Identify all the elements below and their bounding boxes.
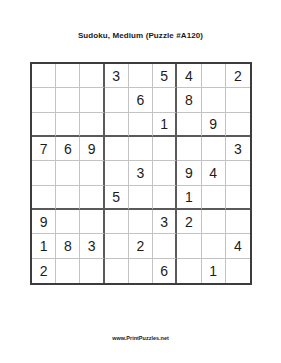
cell-r1c9: 2 <box>226 64 250 88</box>
puzzle-title: Sudoku, Medium (Puzzle #A120) <box>0 31 281 40</box>
cell-r4c5[interactable] <box>129 137 153 161</box>
cell-r5c3[interactable] <box>80 161 104 185</box>
cell-r8c8[interactable] <box>202 234 226 258</box>
cell-r5c8: 4 <box>202 161 226 185</box>
cell-r8c3: 3 <box>80 234 104 258</box>
cell-r4c9: 3 <box>226 137 250 161</box>
cell-r3c1[interactable] <box>32 113 56 137</box>
sudoku-grid: 3542681976933945193218324261 <box>30 62 252 285</box>
cell-r8c6[interactable] <box>153 234 177 258</box>
cell-r1c5[interactable] <box>129 64 153 88</box>
cell-r9c9[interactable] <box>226 259 250 283</box>
cell-r8c7[interactable] <box>177 234 201 258</box>
cell-r8c9: 4 <box>226 234 250 258</box>
cell-r3c5[interactable] <box>129 113 153 137</box>
cell-r1c8[interactable] <box>202 64 226 88</box>
cell-r6c7: 1 <box>177 186 201 210</box>
cell-r9c8: 1 <box>202 259 226 283</box>
cell-r2c5: 6 <box>129 88 153 112</box>
cell-r4c4[interactable] <box>105 137 129 161</box>
site-credit: www.PrintPuzzles.net <box>0 335 281 341</box>
cell-r7c5[interactable] <box>129 210 153 234</box>
cell-r3c2[interactable] <box>56 113 80 137</box>
cell-r5c6[interactable] <box>153 161 177 185</box>
cell-r4c8[interactable] <box>202 137 226 161</box>
cell-r9c5[interactable] <box>129 259 153 283</box>
cell-r9c6: 6 <box>153 259 177 283</box>
cell-r1c7: 4 <box>177 64 201 88</box>
cell-r5c9[interactable] <box>226 161 250 185</box>
cell-r5c7: 9 <box>177 161 201 185</box>
cell-r6c6[interactable] <box>153 186 177 210</box>
cell-r3c6: 1 <box>153 113 177 137</box>
cell-r5c2[interactable] <box>56 161 80 185</box>
cell-r2c9[interactable] <box>226 88 250 112</box>
cell-r9c3[interactable] <box>80 259 104 283</box>
cell-r7c3[interactable] <box>80 210 104 234</box>
cell-r1c6: 5 <box>153 64 177 88</box>
cell-r7c9[interactable] <box>226 210 250 234</box>
cell-r9c1: 2 <box>32 259 56 283</box>
cell-r2c8[interactable] <box>202 88 226 112</box>
cell-r3c3[interactable] <box>80 113 104 137</box>
cell-r1c1[interactable] <box>32 64 56 88</box>
cell-r8c2: 8 <box>56 234 80 258</box>
cell-r9c7[interactable] <box>177 259 201 283</box>
cell-r6c3[interactable] <box>80 186 104 210</box>
cell-r8c5: 2 <box>129 234 153 258</box>
cell-r8c4[interactable] <box>105 234 129 258</box>
cell-r3c4[interactable] <box>105 113 129 137</box>
cell-r7c2[interactable] <box>56 210 80 234</box>
cell-r2c6[interactable] <box>153 88 177 112</box>
cell-r4c7[interactable] <box>177 137 201 161</box>
cell-r4c1: 7 <box>32 137 56 161</box>
cell-r2c4[interactable] <box>105 88 129 112</box>
cell-r8c1: 1 <box>32 234 56 258</box>
cell-r2c2[interactable] <box>56 88 80 112</box>
cell-r1c4: 3 <box>105 64 129 88</box>
cell-r9c2[interactable] <box>56 259 80 283</box>
cell-r4c3: 9 <box>80 137 104 161</box>
cell-r6c9[interactable] <box>226 186 250 210</box>
cell-r6c5[interactable] <box>129 186 153 210</box>
cell-r4c6[interactable] <box>153 137 177 161</box>
cell-r6c4: 5 <box>105 186 129 210</box>
cell-r2c1[interactable] <box>32 88 56 112</box>
cell-r1c2[interactable] <box>56 64 80 88</box>
cell-r7c6: 3 <box>153 210 177 234</box>
cell-r5c5: 3 <box>129 161 153 185</box>
cell-r7c8[interactable] <box>202 210 226 234</box>
cell-r7c4[interactable] <box>105 210 129 234</box>
cell-r6c1[interactable] <box>32 186 56 210</box>
cell-r6c2[interactable] <box>56 186 80 210</box>
cell-r2c3[interactable] <box>80 88 104 112</box>
cell-r4c2: 6 <box>56 137 80 161</box>
cell-r5c1[interactable] <box>32 161 56 185</box>
cell-r1c3[interactable] <box>80 64 104 88</box>
cell-r3c7[interactable] <box>177 113 201 137</box>
cell-r7c7: 2 <box>177 210 201 234</box>
cell-r3c9[interactable] <box>226 113 250 137</box>
cell-r5c4[interactable] <box>105 161 129 185</box>
cell-r9c4[interactable] <box>105 259 129 283</box>
cell-r3c8: 9 <box>202 113 226 137</box>
cell-r7c1: 9 <box>32 210 56 234</box>
cell-r2c7: 8 <box>177 88 201 112</box>
cell-r6c8[interactable] <box>202 186 226 210</box>
